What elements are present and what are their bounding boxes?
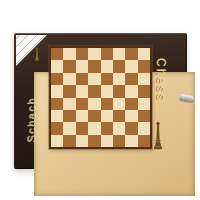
board-square — [88, 73, 100, 85]
board-square — [125, 60, 137, 72]
board-square — [101, 48, 113, 60]
board-square — [63, 85, 75, 97]
board-square — [51, 73, 63, 85]
label-chess: Chess — [154, 43, 168, 117]
board-square — [101, 135, 113, 147]
board-square — [138, 60, 150, 72]
board-square — [113, 98, 125, 110]
board-square — [51, 48, 63, 60]
board-square — [138, 85, 150, 97]
board-square — [101, 73, 113, 85]
board-square — [76, 73, 88, 85]
board-square — [76, 85, 88, 97]
board-square — [51, 135, 63, 147]
board-square — [138, 122, 150, 134]
board-square — [63, 135, 75, 147]
board-square — [113, 60, 125, 72]
board-square — [63, 110, 75, 122]
board-square — [63, 48, 75, 60]
board-square — [113, 135, 125, 147]
board-square — [88, 48, 100, 60]
board-square — [51, 122, 63, 134]
board-square — [125, 122, 137, 134]
board-square — [76, 48, 88, 60]
board-square — [63, 60, 75, 72]
board-square — [113, 73, 125, 85]
board-square — [113, 48, 125, 60]
board-square — [101, 122, 113, 134]
board-square — [76, 60, 88, 72]
board-square — [125, 73, 137, 85]
board-square — [101, 60, 113, 72]
board-square — [125, 110, 137, 122]
board-square — [88, 122, 100, 134]
board-square — [88, 85, 100, 97]
board-square — [125, 85, 137, 97]
board-square — [88, 98, 100, 110]
board-square — [138, 110, 150, 122]
board-square — [76, 110, 88, 122]
chess-king-icon — [32, 47, 42, 61]
board-square — [101, 98, 113, 110]
board-square — [63, 122, 75, 134]
board-square — [76, 135, 88, 147]
board-square — [63, 73, 75, 85]
board-square — [51, 110, 63, 122]
board-square — [125, 98, 137, 110]
board-square — [113, 110, 125, 122]
board-square — [88, 60, 100, 72]
product-photo: Schach Chess — [0, 0, 200, 200]
label-schach: Schach — [24, 90, 38, 150]
board-square — [51, 98, 63, 110]
board-square — [88, 135, 100, 147]
board-square — [101, 110, 113, 122]
board-square — [51, 85, 63, 97]
board-square — [138, 48, 150, 60]
board-square — [125, 135, 137, 147]
board-square — [113, 122, 125, 134]
board-square — [125, 48, 137, 60]
board-square — [101, 85, 113, 97]
board-square — [138, 98, 150, 110]
board-square — [113, 85, 125, 97]
board-square — [63, 98, 75, 110]
board-square — [76, 122, 88, 134]
board-square — [138, 73, 150, 85]
chess-king-icon — [152, 121, 164, 150]
board-square — [76, 98, 88, 110]
chess-board — [49, 46, 152, 149]
board-square — [88, 110, 100, 122]
board-square — [138, 135, 150, 147]
board-square — [51, 60, 63, 72]
